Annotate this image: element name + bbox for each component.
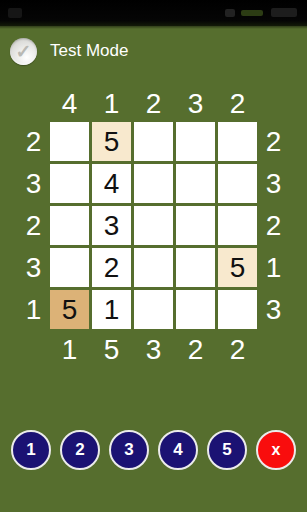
clue-top-col1: 4 xyxy=(50,89,89,119)
battery-icon xyxy=(241,10,263,16)
clue-right-row2: 3 xyxy=(260,164,287,203)
board-cell-r2c5[interactable] xyxy=(218,164,257,203)
board-corner xyxy=(260,89,287,119)
clue-top-col3: 2 xyxy=(134,89,173,119)
clue-left-row1: 2 xyxy=(20,122,47,161)
clue-left-row3: 2 xyxy=(20,206,47,245)
clue-bottom-col3: 3 xyxy=(134,332,173,368)
board-cell-r2c1[interactable] xyxy=(50,164,89,203)
board-corner xyxy=(260,332,287,368)
clue-right-row1: 2 xyxy=(260,122,287,161)
board-cell-r3c2[interactable]: 3 xyxy=(92,206,131,245)
board-cell-r2c2[interactable]: 4 xyxy=(92,164,131,203)
board-cell-r5c2[interactable]: 1 xyxy=(92,290,131,329)
board-corner xyxy=(20,89,47,119)
number-button-4[interactable]: 4 xyxy=(158,430,198,470)
clue-left-row2: 3 xyxy=(20,164,47,203)
clue-bottom-col4: 2 xyxy=(176,332,215,368)
board-cell-r4c2[interactable]: 2 xyxy=(92,248,131,287)
number-button-3[interactable]: 3 xyxy=(109,430,149,470)
board-cell-r1c1[interactable] xyxy=(50,122,89,161)
board-cell-r3c4[interactable] xyxy=(176,206,215,245)
board-cell-r4c5[interactable]: 5 xyxy=(218,248,257,287)
clue-right-row3: 2 xyxy=(260,206,287,245)
clue-bottom-col1: 1 xyxy=(50,332,89,368)
board-cell-r5c3[interactable] xyxy=(134,290,173,329)
app-screen: ✓ Test Mode 412322523432323251151315322 … xyxy=(0,0,307,512)
board-cell-r1c2[interactable]: 5 xyxy=(92,122,131,161)
clue-left-row5: 1 xyxy=(20,290,47,329)
board-cell-r5c4[interactable] xyxy=(176,290,215,329)
board-cell-r3c3[interactable] xyxy=(134,206,173,245)
clue-top-col2: 1 xyxy=(92,89,131,119)
board: 412322523432323251151315322 xyxy=(20,89,287,368)
board-cell-r5c1[interactable]: 5 xyxy=(50,290,89,329)
test-mode-label: Test Mode xyxy=(50,41,128,61)
number-button-row: 12345x xyxy=(0,430,307,470)
board-cell-r2c3[interactable] xyxy=(134,164,173,203)
board-cell-r4c3[interactable] xyxy=(134,248,173,287)
number-button-2[interactable]: 2 xyxy=(60,430,100,470)
clue-top-col4: 3 xyxy=(176,89,215,119)
test-mode-row: ✓ Test Mode xyxy=(0,29,307,67)
signal-icon xyxy=(225,9,235,17)
board-cell-r2c4[interactable] xyxy=(176,164,215,203)
clue-left-row4: 3 xyxy=(20,248,47,287)
check-glyph: ✓ xyxy=(16,40,32,63)
board-cell-r4c1[interactable] xyxy=(50,248,89,287)
board-cell-r3c1[interactable] xyxy=(50,206,89,245)
board-cell-r3c5[interactable] xyxy=(218,206,257,245)
clock-area xyxy=(271,8,297,17)
board-corner xyxy=(20,332,47,368)
notification-icon xyxy=(8,8,22,18)
clear-button[interactable]: x xyxy=(256,430,296,470)
number-button-5[interactable]: 5 xyxy=(207,430,247,470)
board-cell-r1c5[interactable] xyxy=(218,122,257,161)
clue-bottom-col2: 5 xyxy=(92,332,131,368)
board-cell-r1c3[interactable] xyxy=(134,122,173,161)
clue-top-col5: 2 xyxy=(218,89,257,119)
clue-bottom-col5: 2 xyxy=(218,332,257,368)
clue-right-row5: 3 xyxy=(260,290,287,329)
clue-right-row4: 1 xyxy=(260,248,287,287)
board-cell-r5c5[interactable] xyxy=(218,290,257,329)
number-button-1[interactable]: 1 xyxy=(11,430,51,470)
status-bar xyxy=(0,0,307,26)
check-icon[interactable]: ✓ xyxy=(10,38,37,65)
board-cell-r1c4[interactable] xyxy=(176,122,215,161)
board-cell-r4c4[interactable] xyxy=(176,248,215,287)
